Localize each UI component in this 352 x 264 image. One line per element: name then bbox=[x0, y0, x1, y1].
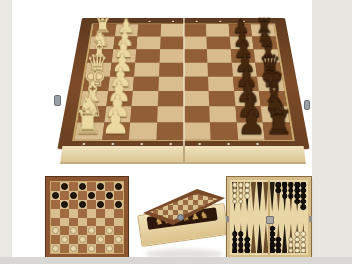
black-backgammon-checker bbox=[276, 182, 282, 188]
white-backgammon-checker bbox=[294, 248, 300, 254]
backgammon-point bbox=[288, 182, 293, 212]
black-backgammon-checker bbox=[238, 242, 244, 248]
backgammon-point bbox=[251, 182, 256, 212]
black-backgammon-checker bbox=[301, 204, 307, 210]
checkers-square bbox=[114, 200, 123, 209]
edge-fold-seam bbox=[183, 146, 185, 162]
chess-board: ♜♟♟♜♞♟♟♞♝♟♟♝♛♟♟♛♚♟♟♚♝♟♟♝♞♟♟♞♜♟♟♜ bbox=[57, 18, 309, 149]
light-checker-piece bbox=[79, 236, 86, 243]
chess-square: ♜ bbox=[75, 123, 104, 140]
chess-square bbox=[158, 77, 183, 92]
light-checker-piece bbox=[52, 245, 59, 252]
white-backgammon-checker bbox=[238, 182, 244, 188]
checkers-square bbox=[114, 182, 123, 191]
dark-checker-piece bbox=[61, 201, 68, 208]
backgammon-point bbox=[270, 182, 275, 212]
checkers-square bbox=[78, 200, 87, 209]
black-backgammon-checker bbox=[232, 248, 238, 254]
checkers-square bbox=[87, 209, 96, 218]
black-backgammon-checker bbox=[232, 242, 238, 248]
checkers-square bbox=[105, 226, 114, 235]
backgammon-point bbox=[282, 223, 287, 253]
chess-square bbox=[184, 91, 210, 106]
chess-square bbox=[156, 123, 183, 140]
backgammon-point bbox=[295, 223, 300, 253]
checkers-square bbox=[105, 191, 114, 200]
dark-checker-piece bbox=[52, 192, 59, 199]
point-triangle bbox=[282, 223, 287, 253]
point-triangle bbox=[251, 182, 256, 212]
checkers-square bbox=[105, 209, 114, 218]
checkers-square bbox=[105, 235, 114, 244]
backgammon-point bbox=[251, 223, 256, 253]
dark-checker-piece bbox=[115, 183, 122, 190]
chess-square bbox=[206, 36, 230, 49]
checkers-square bbox=[69, 235, 78, 244]
chess-square bbox=[159, 63, 184, 77]
chess-square bbox=[133, 77, 159, 92]
checkers-square bbox=[60, 218, 69, 227]
backgammon-point bbox=[238, 223, 243, 253]
white-backgammon-checker bbox=[301, 231, 307, 237]
checkers-square bbox=[69, 182, 78, 191]
dark-checker-piece bbox=[97, 183, 104, 190]
checker-stack bbox=[232, 231, 238, 253]
light-checker-piece bbox=[97, 236, 104, 243]
page-bottom-strip bbox=[0, 257, 352, 264]
black-backgammon-checker bbox=[276, 237, 282, 243]
white-backgammon-checker bbox=[301, 242, 307, 248]
black-backgammon-checker bbox=[244, 248, 250, 254]
checkers-square bbox=[69, 218, 78, 227]
light-checker-piece bbox=[106, 227, 113, 234]
white-backgammon-checker bbox=[288, 248, 294, 254]
checker-stack bbox=[294, 182, 300, 204]
white-backgammon-checker bbox=[301, 248, 307, 254]
dark-checker-piece bbox=[79, 183, 86, 190]
backgammon-point bbox=[245, 223, 250, 253]
chess-square bbox=[206, 24, 229, 36]
page-left-margin bbox=[0, 0, 12, 264]
checkers-square bbox=[87, 191, 96, 200]
checker-stack bbox=[232, 182, 238, 204]
white-backgammon-checker bbox=[238, 193, 244, 199]
checkers-square bbox=[60, 226, 69, 235]
product-photo-canvas: ♜♟♟♜♞♟♟♞♝♟♟♝♛♟♟♛♚♟♟♚♝♟♟♝♞♟♟♞♜♟♟♜ ♞♟♝♜♟♞ bbox=[0, 0, 352, 264]
checker-stack bbox=[244, 237, 250, 254]
checkers-square bbox=[69, 226, 78, 235]
checker-stack bbox=[244, 182, 250, 199]
backgammon-point bbox=[232, 182, 237, 212]
chess-square: ♜ bbox=[263, 123, 292, 140]
backgammon-point bbox=[232, 223, 237, 253]
checkers-square bbox=[51, 209, 60, 218]
checker-stack bbox=[288, 237, 294, 254]
black-backgammon-checker bbox=[269, 237, 275, 243]
white-backgammon-checker bbox=[244, 193, 250, 199]
checkers-board-thumbnail bbox=[46, 177, 128, 258]
checkers-square bbox=[69, 244, 78, 253]
checkers-square bbox=[114, 191, 123, 200]
metal-clasp-icon bbox=[54, 95, 61, 106]
light-checker-piece bbox=[70, 227, 77, 234]
white-backgammon-checker bbox=[294, 231, 300, 237]
light-checker-piece bbox=[106, 245, 113, 252]
point-triangle bbox=[270, 182, 275, 212]
black-backgammon-checker bbox=[276, 248, 282, 254]
checkers-square bbox=[60, 235, 69, 244]
checkers-square bbox=[87, 235, 96, 244]
black-backgammon-checker bbox=[282, 182, 288, 188]
chess-square bbox=[184, 107, 211, 123]
checkers-square bbox=[87, 218, 96, 227]
folded-box-thumbnail: ♞♟♝♜♟♞ bbox=[133, 185, 230, 257]
checkers-square bbox=[105, 218, 114, 227]
checkers-square bbox=[96, 244, 105, 253]
checkers-square bbox=[78, 218, 87, 227]
black-backgammon-checker bbox=[288, 182, 294, 188]
checker-stack bbox=[276, 182, 282, 193]
chess-square bbox=[184, 36, 208, 49]
checkers-square bbox=[51, 200, 60, 209]
dark-checker-piece bbox=[106, 192, 113, 199]
white-pawn-piece: ♟ bbox=[101, 107, 130, 139]
backgammon-point bbox=[257, 182, 262, 212]
point-triangle bbox=[251, 223, 256, 253]
black-rook-piece: ♜ bbox=[264, 107, 293, 139]
backgammon-point bbox=[245, 182, 250, 212]
white-backgammon-checker bbox=[232, 182, 238, 188]
chess-square bbox=[130, 107, 157, 123]
black-backgammon-checker bbox=[244, 237, 250, 243]
chess-square bbox=[209, 107, 236, 123]
checkers-square bbox=[105, 244, 114, 253]
checkers-square bbox=[87, 244, 96, 253]
checkers-square bbox=[87, 226, 96, 235]
checker-stack bbox=[301, 182, 307, 210]
checkers-square bbox=[78, 182, 87, 191]
white-backgammon-checker bbox=[244, 182, 250, 188]
dark-checker-piece bbox=[97, 201, 104, 208]
backgammon-point bbox=[301, 182, 306, 212]
checkers-square bbox=[69, 191, 78, 200]
backgammon-point bbox=[270, 223, 275, 253]
light-checker-piece bbox=[52, 227, 59, 234]
checkers-square bbox=[51, 191, 60, 200]
checkers-square bbox=[105, 182, 114, 191]
checkers-square bbox=[51, 218, 60, 227]
checkers-square bbox=[60, 182, 69, 191]
checkers-square bbox=[87, 200, 96, 209]
light-checker-piece bbox=[115, 236, 122, 243]
checker-stack bbox=[276, 237, 282, 254]
checker-stack bbox=[269, 226, 275, 254]
backgammon-point bbox=[295, 182, 300, 212]
checkers-square bbox=[96, 218, 105, 227]
chess-square bbox=[184, 123, 211, 140]
black-backgammon-checker bbox=[301, 182, 307, 188]
chess-square bbox=[208, 63, 233, 77]
chess-square bbox=[207, 49, 232, 62]
white-backgammon-checker bbox=[238, 199, 244, 205]
checkers-square bbox=[60, 209, 69, 218]
chess-square: ♟ bbox=[237, 123, 266, 140]
checkers-square bbox=[114, 218, 123, 227]
latch-icon bbox=[309, 216, 312, 222]
checkers-square bbox=[69, 200, 78, 209]
chess-square bbox=[136, 36, 160, 49]
dark-checker-piece bbox=[88, 192, 95, 199]
metal-clasp-icon bbox=[304, 100, 310, 110]
latch-icon bbox=[226, 216, 229, 222]
backgammon-point bbox=[288, 223, 293, 253]
checkers-square bbox=[105, 200, 114, 209]
chess-square bbox=[160, 36, 184, 49]
chess-square bbox=[129, 123, 157, 140]
black-backgammon-checker bbox=[294, 193, 300, 199]
chess-square: ♟ bbox=[102, 123, 131, 140]
backgammon-point bbox=[282, 182, 287, 212]
checker-stack bbox=[288, 182, 294, 199]
checkers-square bbox=[60, 200, 69, 209]
dark-checker-piece bbox=[115, 201, 122, 208]
black-backgammon-checker bbox=[232, 231, 238, 237]
black-backgammon-checker bbox=[294, 199, 300, 205]
checkers-square bbox=[114, 235, 123, 244]
backgammon-point bbox=[276, 223, 281, 253]
checkers-square bbox=[78, 209, 87, 218]
checkers-square bbox=[114, 209, 123, 218]
black-backgammon-checker bbox=[238, 231, 244, 237]
checkers-square bbox=[96, 191, 105, 200]
chess-square bbox=[208, 77, 234, 92]
black-backgammon-checker bbox=[288, 193, 294, 199]
dark-checker-piece bbox=[61, 183, 68, 190]
dark-checker-piece bbox=[79, 201, 86, 208]
checkers-square bbox=[51, 244, 60, 253]
page-right-margin bbox=[312, 0, 352, 264]
checkers-square bbox=[78, 226, 87, 235]
checkers-square bbox=[51, 226, 60, 235]
checkers-square bbox=[78, 244, 87, 253]
chess-square bbox=[184, 63, 209, 77]
checkers-square bbox=[60, 244, 69, 253]
box-clasp-icon bbox=[177, 214, 184, 221]
checker-stack bbox=[301, 231, 307, 253]
chess-square bbox=[209, 91, 235, 106]
chess-square bbox=[134, 63, 159, 77]
checkers-square bbox=[69, 209, 78, 218]
point-triangle bbox=[257, 223, 262, 253]
chess-square bbox=[138, 24, 161, 36]
dark-checker-piece bbox=[70, 192, 77, 199]
black-backgammon-checker bbox=[276, 188, 282, 194]
checkers-grid bbox=[51, 182, 123, 253]
checkers-square bbox=[51, 182, 60, 191]
chess-square bbox=[132, 91, 158, 106]
checkers-square bbox=[78, 235, 87, 244]
black-backgammon-checker bbox=[282, 193, 288, 199]
checkers-square bbox=[96, 209, 105, 218]
checkers-square bbox=[96, 182, 105, 191]
light-checker-piece bbox=[88, 245, 95, 252]
black-pawn-piece: ♟ bbox=[237, 107, 266, 139]
chess-square bbox=[135, 49, 160, 62]
backgammon-board-thumbnail bbox=[227, 177, 311, 258]
backgammon-point bbox=[257, 223, 262, 253]
black-backgammon-checker bbox=[294, 182, 300, 188]
checkers-square bbox=[96, 226, 105, 235]
checkers-square bbox=[114, 244, 123, 253]
chess-square bbox=[210, 123, 238, 140]
backgammon-point bbox=[238, 182, 243, 212]
checker-stack bbox=[294, 231, 300, 253]
white-backgammon-checker bbox=[232, 193, 238, 199]
chess-square bbox=[184, 49, 208, 62]
checker-stack bbox=[238, 182, 244, 204]
checker-stack bbox=[238, 231, 244, 253]
white-rook-piece: ♜ bbox=[74, 107, 103, 139]
light-checker-piece bbox=[88, 227, 95, 234]
checkers-square bbox=[51, 235, 60, 244]
black-backgammon-checker bbox=[238, 248, 244, 254]
chess-square bbox=[157, 107, 184, 123]
board-maple-edge bbox=[60, 146, 306, 164]
checkers-square bbox=[96, 200, 105, 209]
black-backgammon-checker bbox=[301, 193, 307, 199]
backgammon-point bbox=[301, 223, 306, 253]
light-checker-piece bbox=[70, 245, 77, 252]
checkers-square bbox=[87, 182, 96, 191]
black-backgammon-checker bbox=[269, 248, 275, 254]
chess-square bbox=[158, 91, 184, 106]
checkers-square bbox=[78, 191, 87, 200]
chess-square bbox=[184, 24, 207, 36]
point-triangle bbox=[257, 182, 262, 212]
checkers-square bbox=[96, 235, 105, 244]
checker-stack bbox=[282, 182, 288, 199]
backgammon-point bbox=[276, 182, 281, 212]
light-checker-piece bbox=[61, 236, 68, 243]
checkers-square bbox=[60, 191, 69, 200]
white-backgammon-checker bbox=[288, 237, 294, 243]
chess-square bbox=[161, 24, 184, 36]
white-backgammon-checker bbox=[232, 199, 238, 205]
hinge-icon bbox=[266, 216, 274, 224]
black-backgammon-checker bbox=[269, 226, 275, 232]
chess-square bbox=[184, 77, 209, 92]
chess-square bbox=[159, 49, 183, 62]
white-backgammon-checker bbox=[294, 242, 300, 248]
checkers-square bbox=[114, 226, 123, 235]
